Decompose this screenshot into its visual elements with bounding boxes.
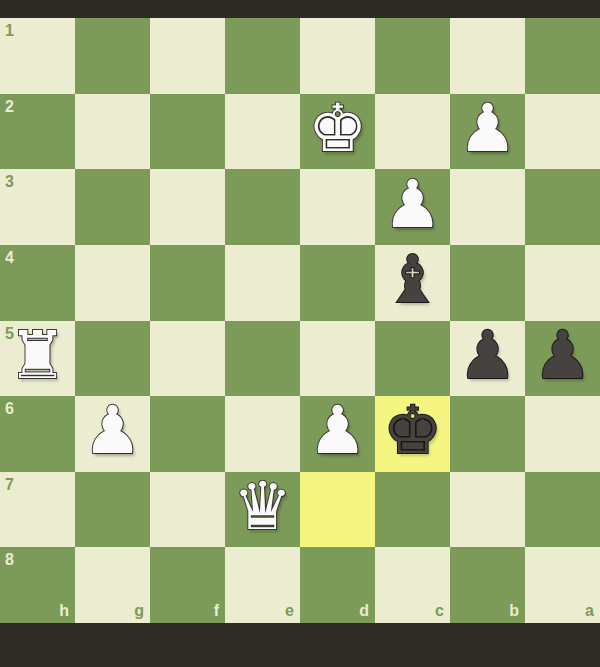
file-label-b: b: [509, 603, 519, 619]
white-king[interactable]: ♚: [308, 94, 367, 166]
square-d6[interactable]: ♟: [300, 396, 375, 472]
square-c6[interactable]: ♚: [375, 396, 450, 472]
square-d5[interactable]: [300, 321, 375, 397]
black-pawn[interactable]: ♟: [458, 321, 517, 393]
chess-app-screen: 12♚♟3♟4♝5♜♟♟6♟♟♚7♛8hgfedcba: [0, 0, 600, 667]
white-pawn[interactable]: ♟: [83, 396, 142, 468]
file-label-e: e: [285, 603, 294, 619]
file-label-c: c: [435, 603, 444, 619]
square-e8[interactable]: e: [225, 547, 300, 623]
square-a7[interactable]: [525, 472, 600, 548]
square-c5[interactable]: [375, 321, 450, 397]
square-f1[interactable]: [150, 18, 225, 94]
square-b4[interactable]: [450, 245, 525, 321]
square-h5[interactable]: 5♜: [0, 321, 75, 397]
black-king[interactable]: ♚: [383, 396, 442, 468]
square-g7[interactable]: [75, 472, 150, 548]
square-b7[interactable]: [450, 472, 525, 548]
square-h7[interactable]: 7: [0, 472, 75, 548]
square-d1[interactable]: [300, 18, 375, 94]
black-pawn[interactable]: ♟: [533, 321, 592, 393]
square-a5[interactable]: ♟: [525, 321, 600, 397]
square-a6[interactable]: [525, 396, 600, 472]
square-a4[interactable]: [525, 245, 600, 321]
square-d7[interactable]: [300, 472, 375, 548]
square-c7[interactable]: [375, 472, 450, 548]
file-label-g: g: [134, 603, 144, 619]
square-f8[interactable]: f: [150, 547, 225, 623]
square-a1[interactable]: [525, 18, 600, 94]
file-label-h: h: [59, 603, 69, 619]
square-f2[interactable]: [150, 94, 225, 170]
square-d3[interactable]: [300, 169, 375, 245]
rank-label-3: 3: [5, 174, 14, 190]
square-g5[interactable]: [75, 321, 150, 397]
square-b8[interactable]: b: [450, 547, 525, 623]
square-f3[interactable]: [150, 169, 225, 245]
square-h2[interactable]: 2: [0, 94, 75, 170]
square-e6[interactable]: [225, 396, 300, 472]
black-bishop[interactable]: ♝: [383, 245, 442, 317]
square-g1[interactable]: [75, 18, 150, 94]
bottom-bar: [0, 623, 600, 667]
square-g6[interactable]: ♟: [75, 396, 150, 472]
rank-label-8: 8: [5, 552, 14, 568]
square-b2[interactable]: ♟: [450, 94, 525, 170]
chess-board[interactable]: 12♚♟3♟4♝5♜♟♟6♟♟♚7♛8hgfedcba: [0, 18, 600, 623]
square-f6[interactable]: [150, 396, 225, 472]
square-c2[interactable]: [375, 94, 450, 170]
square-h1[interactable]: 1: [0, 18, 75, 94]
file-label-f: f: [214, 603, 219, 619]
square-g2[interactable]: [75, 94, 150, 170]
white-pawn[interactable]: ♟: [458, 94, 517, 166]
square-c4[interactable]: ♝: [375, 245, 450, 321]
rank-label-4: 4: [5, 250, 14, 266]
square-g3[interactable]: [75, 169, 150, 245]
square-h4[interactable]: 4: [0, 245, 75, 321]
rank-label-2: 2: [5, 99, 14, 115]
white-rook[interactable]: ♜: [8, 321, 67, 393]
square-b5[interactable]: ♟: [450, 321, 525, 397]
rank-label-7: 7: [5, 477, 14, 493]
rank-label-6: 6: [5, 401, 14, 417]
file-label-d: d: [359, 603, 369, 619]
square-e3[interactable]: [225, 169, 300, 245]
square-d2[interactable]: ♚: [300, 94, 375, 170]
square-h8[interactable]: 8h: [0, 547, 75, 623]
square-e1[interactable]: [225, 18, 300, 94]
square-d8[interactable]: d: [300, 547, 375, 623]
top-bar: [0, 0, 600, 18]
square-e2[interactable]: [225, 94, 300, 170]
square-a8[interactable]: a: [525, 547, 600, 623]
file-label-a: a: [585, 603, 594, 619]
square-f4[interactable]: [150, 245, 225, 321]
rank-label-1: 1: [5, 23, 14, 39]
square-d4[interactable]: [300, 245, 375, 321]
square-e4[interactable]: [225, 245, 300, 321]
square-a3[interactable]: [525, 169, 600, 245]
square-b1[interactable]: [450, 18, 525, 94]
square-g8[interactable]: g: [75, 547, 150, 623]
square-b3[interactable]: [450, 169, 525, 245]
square-f5[interactable]: [150, 321, 225, 397]
square-h6[interactable]: 6: [0, 396, 75, 472]
white-pawn[interactable]: ♟: [308, 396, 367, 468]
square-e7[interactable]: ♛: [225, 472, 300, 548]
square-f7[interactable]: [150, 472, 225, 548]
square-e5[interactable]: [225, 321, 300, 397]
square-h3[interactable]: 3: [0, 169, 75, 245]
square-c3[interactable]: ♟: [375, 169, 450, 245]
square-c1[interactable]: [375, 18, 450, 94]
square-b6[interactable]: [450, 396, 525, 472]
square-a2[interactable]: [525, 94, 600, 170]
white-pawn[interactable]: ♟: [383, 169, 442, 241]
white-queen[interactable]: ♛: [233, 472, 292, 544]
square-c8[interactable]: c: [375, 547, 450, 623]
square-g4[interactable]: [75, 245, 150, 321]
